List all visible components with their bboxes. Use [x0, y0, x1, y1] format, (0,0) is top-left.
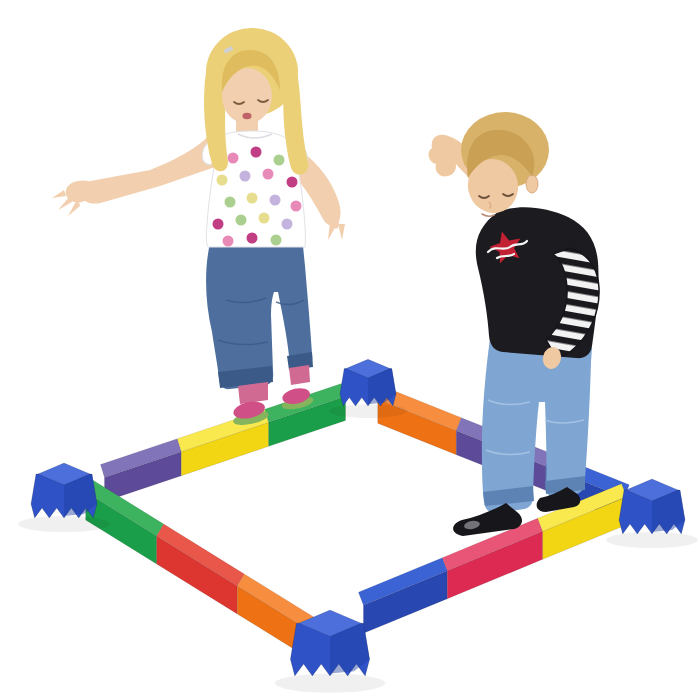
corner-block	[329, 359, 407, 418]
polka-dot	[263, 169, 274, 180]
polka-dot	[282, 219, 293, 230]
polka-dot	[240, 171, 251, 182]
polka-dot	[247, 233, 258, 244]
polka-dot	[287, 177, 298, 188]
corner-block	[18, 463, 110, 532]
polka-dot	[247, 193, 258, 204]
polka-dot	[217, 175, 228, 186]
girl-right-hand	[328, 213, 345, 240]
polka-dot	[270, 195, 281, 206]
polka-dot	[291, 201, 302, 212]
polka-dot	[271, 235, 282, 246]
girl-figure	[52, 28, 345, 428]
polka-dot	[236, 215, 247, 226]
girl-left-arm	[80, 136, 223, 204]
girl-left-hand	[52, 180, 93, 216]
boy-ear	[526, 175, 538, 193]
photo-canvas	[0, 0, 700, 700]
polka-dot	[225, 197, 236, 208]
balance-beam-scene	[0, 0, 700, 700]
polka-dot	[274, 155, 285, 166]
girl-mouth	[243, 113, 252, 119]
edge-front-left	[86, 480, 316, 658]
boy-mouth	[482, 214, 494, 216]
polka-dot	[259, 213, 270, 224]
polka-dot	[223, 236, 234, 247]
polka-dot	[228, 153, 239, 164]
polka-dot	[213, 219, 224, 230]
boy-figure	[429, 112, 600, 536]
polka-dot	[251, 147, 262, 158]
